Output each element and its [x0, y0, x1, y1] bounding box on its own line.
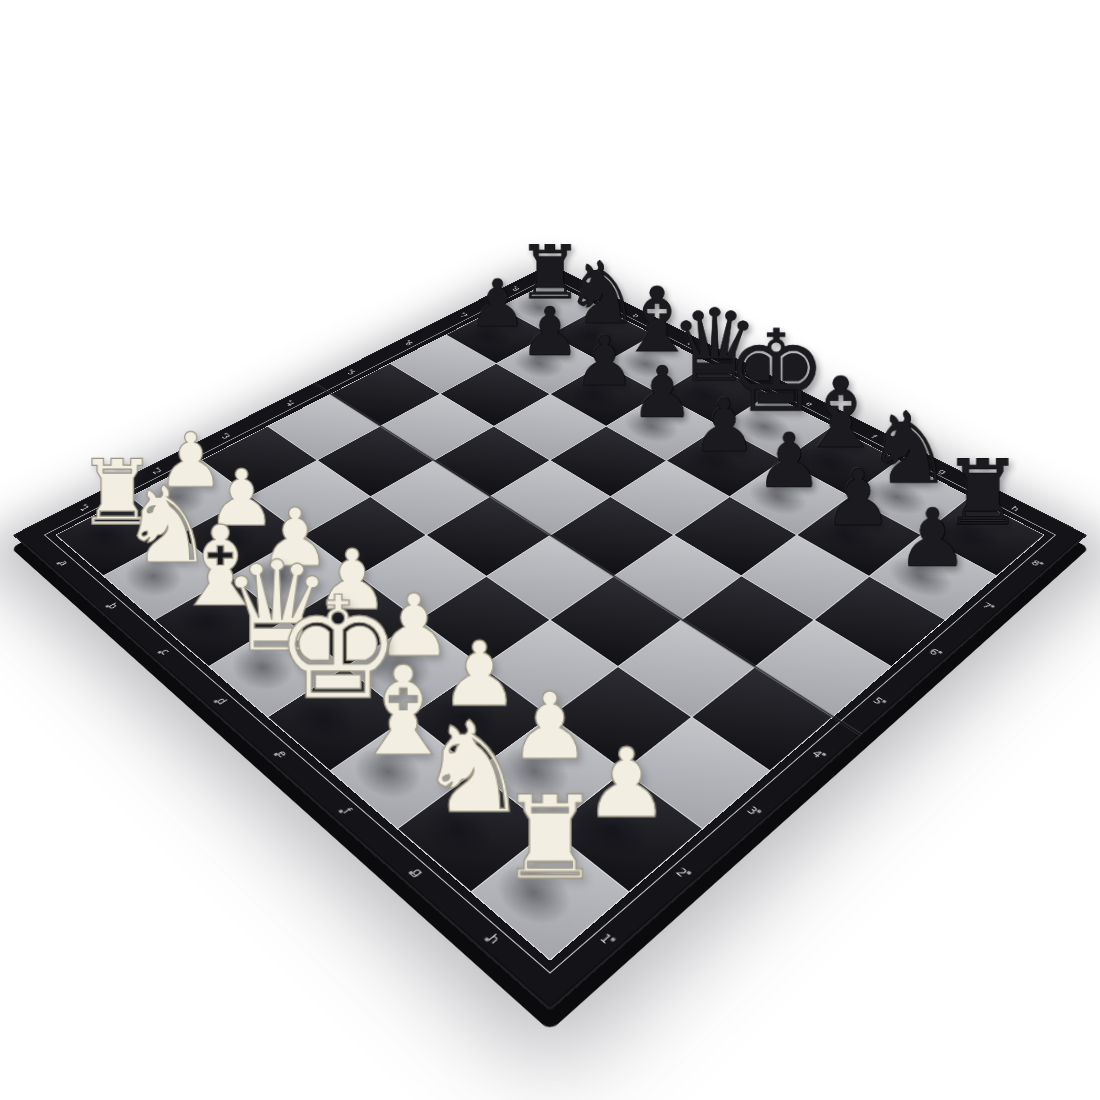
board-frame: ♜♞♝♛♚♝♞♜♟♟♟♟♟♟♟♟♟♟♟♟♟♟♟♟♜♞♝♛♚♝♞♜ aabbccd…	[13, 264, 1088, 1011]
black-pawn[interactable]: ♟	[871, 421, 995, 576]
chess-board: ♜♞♝♛♚♝♞♜♟♟♟♟♟♟♟♟♟♟♟♟♟♟♟♟♜♞♝♛♚♝♞♜ aabbccd…	[13, 264, 1088, 1011]
square-h1[interactable]: ♜	[472, 830, 629, 960]
white-rook[interactable]: ♜	[473, 699, 627, 892]
rank-label-6-h-side: 6	[927, 647, 941, 657]
squares-grid: ♜♞♝♛♚♝♞♜♟♟♟♟♟♟♟♟♟♟♟♟♟♟♟♟♜♞♝♛♚♝♞♜	[55, 281, 1045, 961]
product-photo-scene: ♜♞♝♛♚♝♞♜♟♟♟♟♟♟♟♟♟♟♟♟♟♟♟♟♜♞♝♛♚♝♞♜ aabbccd…	[0, 0, 1100, 1100]
